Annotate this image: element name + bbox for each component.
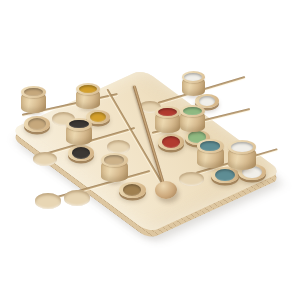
cup-jute[interactable] bbox=[21, 86, 46, 117]
cup-rim bbox=[21, 86, 46, 99]
cup-felt-green bbox=[183, 107, 202, 116]
cup-rim bbox=[101, 153, 128, 167]
cup-green[interactable] bbox=[180, 105, 205, 136]
cup-felt-yellow bbox=[79, 85, 97, 93]
cup-yellow[interactable] bbox=[76, 83, 100, 113]
cup-rim bbox=[182, 71, 205, 83]
board-game-photo bbox=[0, 0, 300, 300]
cup-white-right[interactable] bbox=[228, 140, 256, 174]
cup-plain[interactable] bbox=[101, 153, 128, 186]
cup-felt-jute bbox=[24, 88, 43, 97]
cup-felt-red bbox=[158, 108, 177, 117]
cup-black[interactable] bbox=[66, 118, 92, 150]
cup-rim bbox=[66, 118, 92, 131]
cup-felt-teal bbox=[200, 141, 221, 150]
cup-white-top[interactable] bbox=[182, 71, 205, 100]
cup-rim bbox=[228, 140, 256, 154]
cup-felt-wood_natural bbox=[104, 155, 125, 164]
cup-felt-white bbox=[184, 73, 202, 81]
pieces-layer bbox=[0, 0, 300, 300]
cup-rim bbox=[180, 105, 205, 118]
cup-rim bbox=[155, 106, 180, 119]
cup-felt-white bbox=[231, 142, 252, 152]
cup-teal[interactable] bbox=[197, 139, 224, 172]
cup-rim bbox=[197, 139, 224, 153]
cup-red[interactable] bbox=[155, 106, 180, 137]
cup-felt-black bbox=[69, 120, 89, 129]
pointer-stick-knob[interactable] bbox=[155, 181, 177, 199]
cup-rim bbox=[76, 83, 100, 95]
